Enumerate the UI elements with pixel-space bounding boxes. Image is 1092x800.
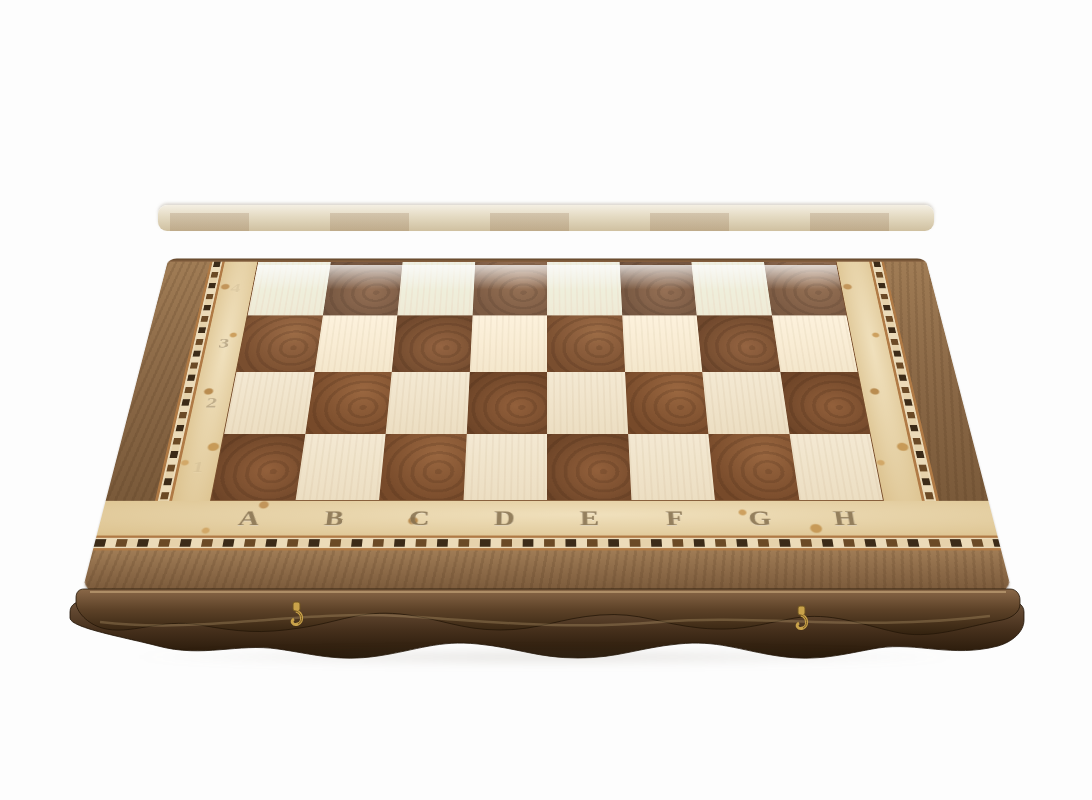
square-e3 — [547, 315, 625, 372]
square-g1 — [708, 434, 799, 500]
dark-square — [547, 315, 625, 372]
dark-square — [697, 315, 780, 372]
square-f1 — [628, 434, 715, 500]
dark-square — [619, 262, 696, 315]
square-b1 — [295, 434, 386, 500]
dark-square — [547, 434, 631, 500]
square-e2 — [547, 372, 628, 433]
file-label-g: G — [715, 501, 804, 536]
file-label-e: E — [547, 501, 633, 536]
square-b4 — [323, 262, 403, 315]
file-label-d: D — [461, 501, 547, 536]
square-g4 — [691, 262, 771, 315]
light-square — [547, 372, 628, 433]
file-label-f: F — [631, 501, 719, 536]
light-square — [789, 434, 883, 500]
square-c1 — [379, 434, 466, 500]
dark-square — [708, 434, 799, 500]
dark-square — [780, 372, 870, 433]
square-a3 — [236, 315, 322, 372]
light-square — [702, 372, 789, 433]
square-f3 — [622, 315, 702, 372]
square-f2 — [625, 372, 709, 433]
light-square — [314, 315, 397, 372]
brass-latch-left — [292, 602, 301, 624]
dark-square — [466, 372, 547, 433]
square-h2 — [780, 372, 870, 433]
light-square — [463, 434, 547, 500]
square-d3 — [469, 315, 547, 372]
light-square — [691, 262, 771, 315]
soft-ground-shadow — [120, 648, 970, 666]
square-e1 — [547, 434, 631, 500]
square-c4 — [397, 262, 474, 315]
square-f4 — [619, 262, 696, 315]
light-square — [386, 372, 470, 433]
dark-square — [472, 262, 547, 315]
square-g2 — [702, 372, 789, 433]
square-b3 — [314, 315, 397, 372]
dark-square — [305, 372, 392, 433]
light-square — [622, 315, 702, 372]
file-label-a: A — [203, 501, 294, 536]
light-square — [397, 262, 474, 315]
board-middle-band: 4321 — [106, 262, 989, 501]
dark-square — [764, 262, 847, 315]
dark-square — [379, 434, 466, 500]
light-square — [469, 315, 547, 372]
square-a1 — [211, 434, 305, 500]
square-d2 — [466, 372, 547, 433]
square-h1 — [789, 434, 883, 500]
dark-square — [236, 315, 322, 372]
light-square — [224, 372, 314, 433]
file-labels-strip: ABCDEFGH — [97, 501, 998, 536]
square-h4 — [764, 262, 847, 315]
light-square — [248, 262, 331, 315]
brass-latch-right — [797, 606, 806, 628]
light-square — [628, 434, 715, 500]
square-h3 — [771, 315, 857, 372]
square-e4 — [547, 262, 622, 315]
chess-case-photo: 4321 ABCDEFGH — [0, 0, 1092, 800]
square-a4 — [248, 262, 331, 315]
light-square — [771, 315, 857, 372]
dark-square — [625, 372, 709, 433]
chessboard-3d-wrap: 4321 ABCDEFGH — [82, 72, 1012, 592]
light-square — [295, 434, 386, 500]
walnut-frame-bottom — [82, 550, 1012, 592]
square-b2 — [305, 372, 392, 433]
square-d1 — [463, 434, 547, 500]
lid-lip-sheen — [100, 615, 990, 625]
square-a2 — [224, 372, 314, 433]
dark-square — [323, 262, 403, 315]
file-label-h: H — [800, 501, 891, 536]
square-d4 — [472, 262, 547, 315]
dark-square — [392, 315, 472, 372]
case-lid-lip — [76, 589, 1020, 635]
chessboard-top-surface: 4321 ABCDEFGH — [82, 258, 1012, 592]
square-g3 — [697, 315, 780, 372]
mosaic-border-bottom — [93, 536, 1001, 551]
square-c3 — [392, 315, 472, 372]
file-label-b: B — [289, 501, 378, 536]
chess-grid — [210, 262, 884, 501]
file-label-c: C — [375, 501, 463, 536]
square-c2 — [386, 372, 470, 433]
light-square — [547, 262, 622, 315]
dark-square — [211, 434, 305, 500]
